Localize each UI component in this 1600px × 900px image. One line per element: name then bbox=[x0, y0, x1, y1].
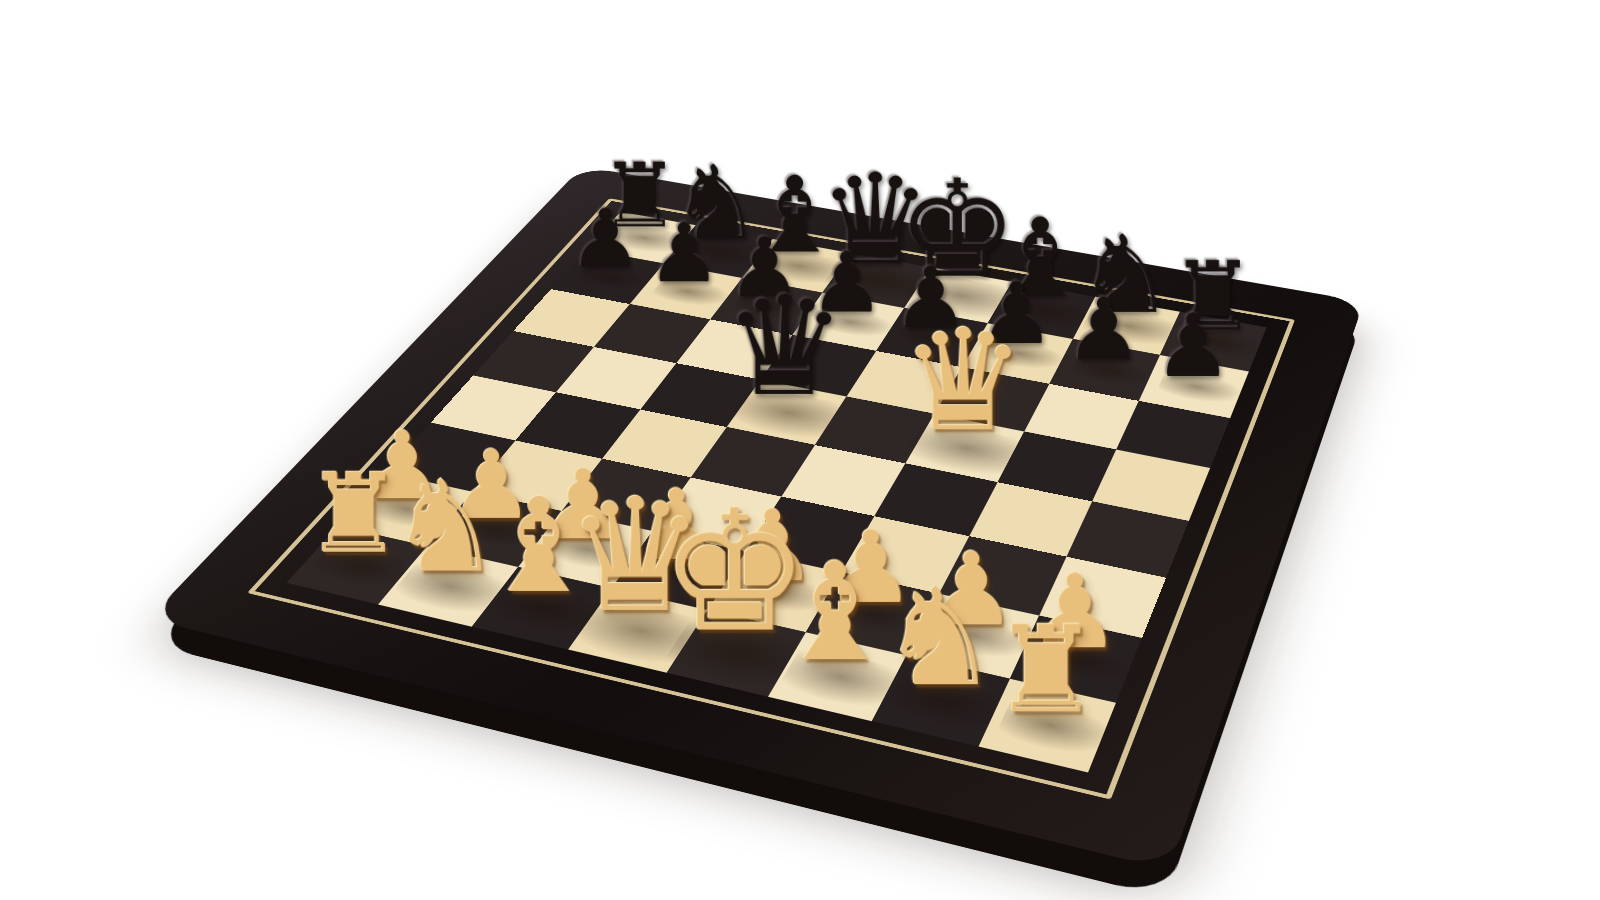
piece-black-pawn-h7: ♟ bbox=[1101, 301, 1285, 392]
square-d5: ♛ bbox=[727, 380, 847, 445]
product-photo-scene: ♜♞♝♛♚♝♞♜♟♟♟♟♟♟♟♟♛♛♟♟♟♟♟♟♟♟♜♞♝♛♚♝♞♜ bbox=[0, 0, 1600, 900]
piece-white-rook-h1: ♜ bbox=[934, 607, 1157, 733]
chess-board: ♜♞♝♛♚♝♞♜♟♟♟♟♟♟♟♟♛♛♟♟♟♟♟♟♟♟♜♞♝♛♚♝♞♜ bbox=[148, 166, 1364, 870]
piece-black-queen-d5: ♛ bbox=[692, 274, 879, 418]
piece-white-queen-f5: ♛ bbox=[868, 306, 1059, 454]
